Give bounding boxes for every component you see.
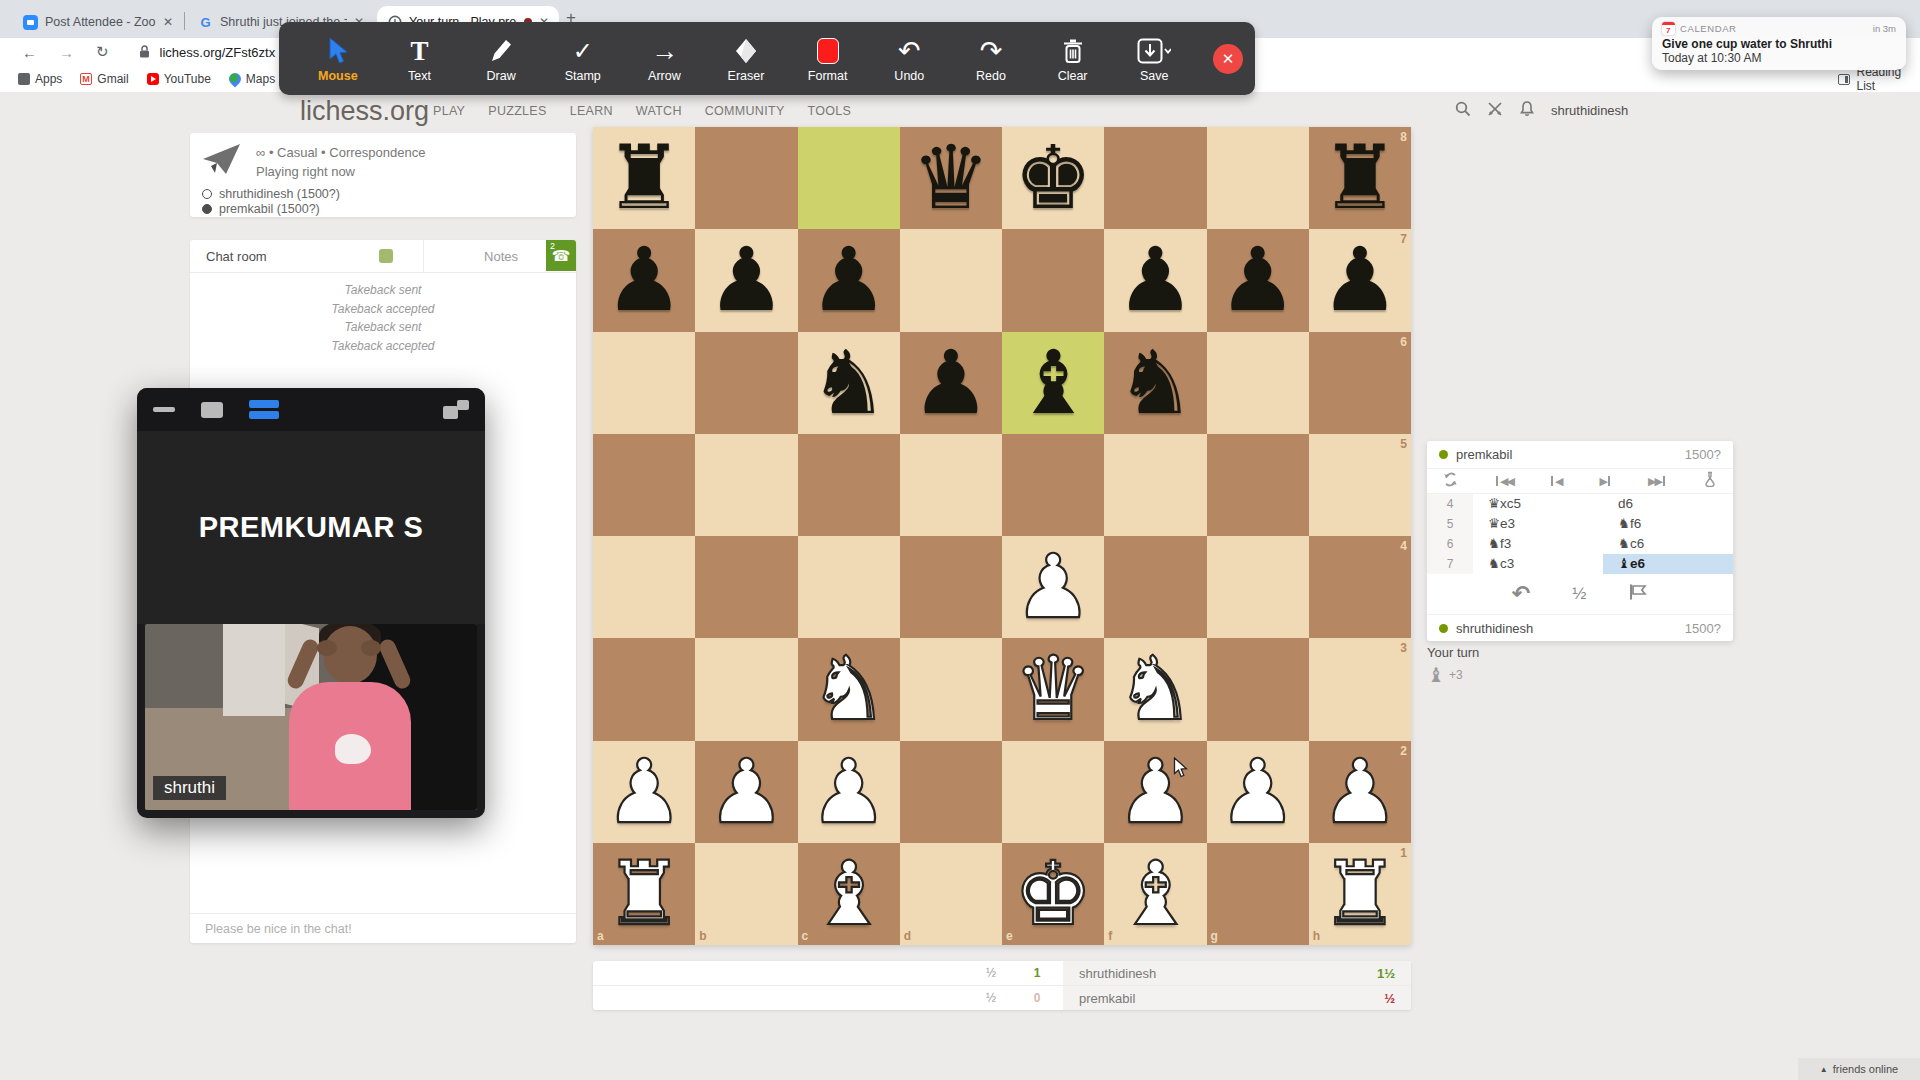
- black-move[interactable]: ♞c6: [1603, 534, 1733, 554]
- black-move[interactable]: d6: [1603, 494, 1733, 514]
- next-move-icon[interactable]: ▶: [1599, 475, 1609, 488]
- tab-zoom[interactable]: Post Attendee - Zoom ✕: [13, 6, 183, 38]
- black-pawn-b7[interactable]: ♟: [695, 229, 797, 331]
- lichess-logo[interactable]: lichess.org: [300, 96, 429, 127]
- square-b3[interactable]: [695, 638, 797, 740]
- square-b2[interactable]: ♟: [695, 741, 797, 843]
- game-meta-panel: ∞ • Casual • Correspondence Playing righ…: [190, 133, 576, 217]
- bookmark-label: Gmail: [97, 72, 128, 86]
- video-shirt-unicorn: [335, 734, 371, 764]
- square-a3[interactable]: [593, 638, 695, 740]
- crosstable-player-name[interactable]: premkabil: [1063, 991, 1353, 1006]
- square-f4[interactable]: [1104, 536, 1206, 638]
- square-e1[interactable]: e♚: [1002, 843, 1104, 945]
- chat-message: Takeback sent: [190, 281, 576, 300]
- gmail-icon: [80, 73, 92, 85]
- black-rook-a8[interactable]: ♜: [593, 127, 695, 229]
- file-label-b: b: [699, 929, 706, 943]
- tool-arrow[interactable]: →Arrow: [624, 36, 706, 83]
- white-pawn-g2[interactable]: ♟: [1207, 741, 1309, 843]
- black-player-name: premkabil (1500?): [219, 202, 320, 216]
- white-king-e1[interactable]: ♚: [1002, 843, 1104, 945]
- black-knight-c6[interactable]: ♞: [798, 332, 900, 434]
- bottom-player-rating: 1500?: [1685, 621, 1721, 636]
- square-a7[interactable]: ♟: [593, 229, 695, 331]
- game1-score: ½: [971, 966, 1011, 980]
- nav-play[interactable]: PLAY: [433, 104, 465, 118]
- square-a6[interactable]: [593, 332, 695, 434]
- move-number: 4: [1427, 494, 1473, 514]
- square-f7[interactable]: ♟: [1104, 229, 1206, 331]
- nav-puzzles[interactable]: PUZZLES: [488, 104, 546, 118]
- square-c6[interactable]: ♞: [798, 332, 900, 434]
- rank-label-4: 4: [1400, 539, 1407, 553]
- square-e5[interactable]: [1002, 434, 1104, 536]
- check-icon: ✓: [573, 36, 593, 66]
- move-panel: premkabil 1500? ◀◀ ◀ ▶ ▶▶ 4♛xc5d65♛e3♞f6…: [1427, 441, 1733, 641]
- tool-label: Mouse: [318, 69, 358, 83]
- tool-label: Redo: [976, 69, 1006, 83]
- takeback-icon[interactable]: ↶: [1512, 581, 1530, 607]
- active-speaker-tile: PREMKUMAR S: [137, 431, 485, 624]
- friends-online-bar[interactable]: ▲ friends online: [1798, 1058, 1920, 1080]
- white-pawn-e4[interactable]: ♟: [1002, 536, 1104, 638]
- participant-name-label: shruthi: [153, 776, 226, 800]
- tool-label: Stamp: [565, 69, 601, 83]
- square-g3[interactable]: [1207, 638, 1309, 740]
- chat-toggle[interactable]: [379, 249, 393, 263]
- material-score: +3: [1449, 668, 1463, 682]
- square-h4[interactable]: 4: [1309, 536, 1411, 638]
- chat-messages: Takeback sentTakeback acceptedTakeback s…: [190, 273, 576, 355]
- tool-label: Clear: [1058, 69, 1088, 83]
- material-advantage: ♝ +3: [1427, 663, 1463, 687]
- tool-label: Format: [808, 69, 848, 83]
- white-pawn-a2[interactable]: ♟: [593, 741, 695, 843]
- chess-board: ♜♛♚8♜♟♟♟♟♟7♟♞♟♝♞65♟4♞♛♞3♟♟♟♟♟2♟a♜bc♝de♚f…: [593, 127, 1411, 945]
- back-icon[interactable]: ←: [22, 44, 37, 61]
- white-pawn-h2[interactable]: ♟: [1309, 741, 1411, 843]
- save-icon: [1137, 36, 1171, 66]
- square-g4[interactable]: [1207, 536, 1309, 638]
- square-h6[interactable]: 6: [1309, 332, 1411, 434]
- white-pawn-f2[interactable]: ♟: [1104, 741, 1206, 843]
- crosstable-row-shruthidinesh: ½1shruthidinesh1½: [593, 961, 1411, 986]
- tool-text[interactable]: TText: [379, 36, 461, 83]
- white-rook-a1[interactable]: ♜: [593, 843, 695, 945]
- square-d3[interactable]: [900, 638, 1002, 740]
- prev-move-icon[interactable]: ◀: [1551, 475, 1561, 488]
- white-bishop-f1[interactable]: ♝: [1104, 843, 1206, 945]
- white-bishop-c1[interactable]: ♝: [798, 843, 900, 945]
- online-dot: [1439, 624, 1448, 633]
- top-player-row[interactable]: premkabil 1500?: [1427, 441, 1733, 468]
- square-e4[interactable]: ♟: [1002, 536, 1104, 638]
- youtube-icon: [147, 73, 159, 85]
- move-number: 5: [1427, 514, 1473, 534]
- turn-indicator: Your turn: [1427, 645, 1479, 660]
- video-child-hand: [361, 640, 381, 656]
- square-d6[interactable]: ♟: [900, 332, 1002, 434]
- maps-icon: [226, 71, 243, 88]
- square-f1[interactable]: f♝: [1104, 843, 1206, 945]
- white-color-dot: [202, 189, 212, 199]
- rank-label-6: 6: [1400, 335, 1407, 349]
- square-h7[interactable]: 7♟: [1309, 229, 1411, 331]
- bookmark-maps[interactable]: Maps: [229, 72, 275, 86]
- tool-label: Undo: [894, 69, 924, 83]
- tab-chat-room[interactable]: Chat room: [206, 249, 267, 264]
- square-g6[interactable]: [1207, 332, 1309, 434]
- black-pawn-f7[interactable]: ♟: [1104, 229, 1206, 331]
- black-player-row[interactable]: premkabil (1500?): [202, 202, 564, 217]
- tool-clear[interactable]: Clear: [1032, 36, 1114, 83]
- square-f6[interactable]: ♞: [1104, 332, 1206, 434]
- white-pawn-b2[interactable]: ♟: [695, 741, 797, 843]
- zoom-annotation-toolbar: MouseTTextDraw✓Stamp→ArrowEraserFormat↶U…: [279, 22, 1255, 95]
- total-score: ½: [1353, 991, 1411, 1006]
- friends-online-label: friends online: [1833, 1063, 1898, 1075]
- url-text[interactable]: lichess.org/ZFst6ztx: [160, 45, 276, 60]
- tool-undo[interactable]: ↶Undo: [868, 36, 950, 83]
- bell-icon[interactable]: [1519, 100, 1535, 121]
- move-actions: ↶ ½: [1427, 574, 1733, 614]
- white-move[interactable]: ♛xc5: [1473, 494, 1603, 514]
- nav-tools[interactable]: TOOLS: [808, 104, 852, 118]
- zoom-app-icon: [23, 15, 38, 30]
- game1-score: ½: [971, 991, 1011, 1005]
- white-move[interactable]: ♞c3: [1473, 554, 1603, 574]
- black-pawn-g7[interactable]: ♟: [1207, 229, 1309, 331]
- mouse-cursor: [1173, 757, 1188, 782]
- window-mode-icon[interactable]: [201, 402, 223, 418]
- square-a1[interactable]: a♜: [593, 843, 695, 945]
- file-label-g: g: [1211, 929, 1218, 943]
- square-d7[interactable]: [900, 229, 1002, 331]
- move-row-5: 5♛e3♞f6: [1427, 514, 1733, 534]
- tool-draw[interactable]: Draw: [460, 36, 542, 83]
- white-rook-h1[interactable]: ♜: [1309, 843, 1411, 945]
- square-d1[interactable]: d: [900, 843, 1002, 945]
- black-move[interactable]: ♞f6: [1603, 514, 1733, 534]
- square-c8[interactable]: [798, 127, 900, 229]
- chat-message: Takeback sent: [190, 318, 576, 337]
- layout-view-icon[interactable]: [443, 400, 469, 419]
- square-b4[interactable]: [695, 536, 797, 638]
- bookmark-apps[interactable]: Apps: [18, 72, 62, 86]
- redo-icon: ↷: [980, 36, 1003, 66]
- minimize-icon[interactable]: [153, 407, 175, 412]
- correspondence-plane-icon: [202, 143, 242, 183]
- close-tab-icon[interactable]: ✕: [163, 15, 173, 29]
- square-h1[interactable]: 1h♜: [1309, 843, 1411, 945]
- tool-label: Text: [408, 69, 431, 83]
- first-move-icon[interactable]: ◀◀: [1496, 475, 1513, 488]
- video-door: [223, 624, 285, 716]
- square-b7[interactable]: ♟: [695, 229, 797, 331]
- move-controls: ◀◀ ◀ ▶ ▶▶: [1427, 468, 1733, 494]
- black-bishop-e6[interactable]: ♝: [1002, 332, 1104, 434]
- bottom-player-row[interactable]: shruthidinesh 1500?: [1427, 614, 1733, 641]
- game-type-line: ∞ • Casual • Correspondence: [256, 143, 425, 162]
- tool-label: Eraser: [728, 69, 765, 83]
- square-a4[interactable]: [593, 536, 695, 638]
- chat-header: Chat room Notes 2☎: [190, 240, 576, 273]
- header-right: shruthidinesh: [1455, 100, 1628, 121]
- speaker-view-icon[interactable]: [249, 400, 279, 419]
- black-pawn-d6[interactable]: ♟: [900, 332, 1002, 434]
- white-player-row[interactable]: shruthidinesh (1500?): [202, 187, 564, 202]
- square-e7[interactable]: [1002, 229, 1104, 331]
- black-king-e8[interactable]: ♚: [1002, 127, 1104, 229]
- nav-learn[interactable]: LEARN: [570, 104, 613, 118]
- square-a2[interactable]: ♟: [593, 741, 695, 843]
- rank-label-5: 5: [1400, 437, 1407, 451]
- tool-label: Save: [1140, 69, 1169, 83]
- crosstable: ½1shruthidinesh1½½0premkabil½: [593, 961, 1411, 1010]
- username[interactable]: shruthidinesh: [1551, 103, 1628, 118]
- notification-time: in 3m: [1873, 23, 1896, 34]
- square-d8[interactable]: ♛: [900, 127, 1002, 229]
- black-pawn-h7[interactable]: ♟: [1309, 229, 1411, 331]
- resign-flag-icon[interactable]: [1628, 583, 1648, 605]
- game2-score: 0: [1011, 991, 1063, 1005]
- search-icon[interactable]: [1455, 101, 1471, 121]
- black-rook-h8[interactable]: ♜: [1309, 127, 1411, 229]
- tab-title: Post Attendee - Zoom: [45, 15, 156, 29]
- speaker-name: PREMKUMAR S: [199, 511, 424, 544]
- reading-list-icon: [1838, 74, 1850, 85]
- forward-icon[interactable]: →: [59, 44, 74, 61]
- chat-message: Takeback accepted: [190, 300, 576, 319]
- square-g7[interactable]: ♟: [1207, 229, 1309, 331]
- square-c1[interactable]: c♝: [798, 843, 900, 945]
- bookmark-label: Maps: [246, 72, 275, 86]
- tool-mouse[interactable]: Mouse: [297, 36, 379, 83]
- black-queen-d8[interactable]: ♛: [900, 127, 1002, 229]
- move-number: 6: [1427, 534, 1473, 554]
- square-b1[interactable]: b: [695, 843, 797, 945]
- square-f3[interactable]: ♞: [1104, 638, 1206, 740]
- square-a5[interactable]: [593, 434, 695, 536]
- white-knight-c3[interactable]: ♞: [798, 638, 900, 740]
- white-player-name: shruthidinesh (1500?): [219, 187, 340, 201]
- square-f8[interactable]: [1104, 127, 1206, 229]
- white-pawn-c2[interactable]: ♟: [798, 741, 900, 843]
- chat-message: Takeback accepted: [190, 337, 576, 356]
- tool-label: Draw: [487, 69, 516, 83]
- black-pawn-c7[interactable]: ♟: [798, 229, 900, 331]
- close-toolbar-button[interactable]: ✕: [1213, 44, 1243, 74]
- tab-separator: [184, 12, 185, 30]
- black-pawn-a7[interactable]: ♟: [593, 229, 695, 331]
- square-d5[interactable]: [900, 434, 1002, 536]
- black-color-dot: [202, 204, 212, 214]
- total-score: 1½: [1353, 966, 1411, 981]
- square-e6[interactable]: ♝: [1002, 332, 1104, 434]
- calendar-notification[interactable]: 7 CALENDAR in 3m Give one cup water to S…: [1652, 17, 1906, 70]
- move-row-7: 7♞c3♝e6: [1427, 554, 1733, 574]
- tool-label: Arrow: [648, 69, 681, 83]
- square-b8[interactable]: [695, 127, 797, 229]
- captured-bishop-icon: ♝: [1427, 663, 1445, 687]
- crosstable-row-premkabil: ½0premkabil½: [593, 986, 1411, 1010]
- lichess-nav: PLAYPUZZLESLEARNWATCHCOMMUNITYTOOLS: [433, 104, 851, 118]
- call-button[interactable]: 2☎: [546, 240, 576, 271]
- square-g1[interactable]: g: [1207, 843, 1309, 945]
- square-c7[interactable]: ♟: [798, 229, 900, 331]
- white-knight-f3[interactable]: ♞: [1104, 638, 1206, 740]
- trash-icon: [1062, 36, 1084, 66]
- tool-save[interactable]: Save: [1113, 36, 1195, 83]
- zoom-window-titlebar: [137, 388, 485, 431]
- expand-triangle-icon: ▲: [1820, 1065, 1828, 1074]
- white-move[interactable]: ♛e3: [1473, 514, 1603, 534]
- tool-eraser[interactable]: Eraser: [705, 36, 787, 83]
- notification-title: Give one cup water to Shruthi: [1662, 37, 1896, 51]
- pencil-icon: [489, 36, 513, 66]
- format-icon: [817, 36, 839, 66]
- black-knight-f6[interactable]: ♞: [1104, 332, 1206, 434]
- top-player-rating: 1500?: [1685, 447, 1721, 462]
- square-g8[interactable]: [1207, 127, 1309, 229]
- file-label-d: d: [904, 929, 911, 943]
- square-c3[interactable]: ♞: [798, 638, 900, 740]
- square-b5[interactable]: [695, 434, 797, 536]
- tool-stamp[interactable]: ✓Stamp: [542, 36, 624, 83]
- black-move[interactable]: ♝e6: [1603, 554, 1733, 574]
- nav-community[interactable]: COMMUNITY: [705, 104, 785, 118]
- zoom-meeting-window[interactable]: PREMKUMAR S shruthi: [137, 388, 485, 818]
- notification-app: CALENDAR: [1680, 23, 1737, 34]
- flip-board-icon[interactable]: [1443, 472, 1458, 491]
- game2-score: 1: [1011, 966, 1063, 980]
- participant-video: shruthi: [145, 624, 477, 810]
- square-f5[interactable]: [1104, 434, 1206, 536]
- nav-watch[interactable]: WATCH: [636, 104, 682, 118]
- crosstable-player-name[interactable]: shruthidinesh: [1063, 966, 1353, 981]
- square-c2[interactable]: ♟: [798, 741, 900, 843]
- challenges-swords-icon[interactable]: [1487, 101, 1503, 121]
- square-d2[interactable]: [900, 741, 1002, 843]
- square-c4[interactable]: [798, 536, 900, 638]
- move-row-4: 4♛xc5d6: [1427, 494, 1733, 514]
- refresh-icon[interactable]: ↻: [96, 43, 109, 61]
- move-row-6: 6♞f3♞c6: [1427, 534, 1733, 554]
- square-e3[interactable]: ♛: [1002, 638, 1104, 740]
- bottom-player-name: shruthidinesh: [1456, 621, 1533, 636]
- square-b6[interactable]: [695, 332, 797, 434]
- cursor-icon: [326, 36, 350, 66]
- square-f2[interactable]: ♟: [1104, 741, 1206, 843]
- move-list: 4♛xc5d65♛e3♞f66♞f3♞c67♞c3♝e6: [1427, 494, 1733, 574]
- last-move-icon[interactable]: ▶▶: [1648, 475, 1665, 488]
- arrow-icon: →: [651, 36, 678, 66]
- video-child-hand: [317, 640, 337, 656]
- bookmark-youtube[interactable]: YouTube: [147, 72, 211, 86]
- move-number: 7: [1427, 554, 1473, 574]
- draw-offer-button[interactable]: ½: [1572, 584, 1586, 604]
- square-e2[interactable]: [1002, 741, 1104, 843]
- game-status-line: Playing right now: [256, 162, 425, 181]
- rank-label-3: 3: [1400, 641, 1407, 655]
- tool-format[interactable]: Format: [787, 36, 869, 83]
- square-g2[interactable]: ♟: [1207, 741, 1309, 843]
- calendar-icon: 7: [1662, 22, 1675, 35]
- apps-icon: [18, 73, 30, 85]
- notification-subtitle: Today at 10:30 AM: [1662, 51, 1896, 65]
- text-icon: T: [410, 36, 428, 66]
- google-icon: G: [198, 15, 213, 30]
- bookmark-label: YouTube: [164, 72, 211, 86]
- square-c5[interactable]: [798, 434, 900, 536]
- square-h2[interactable]: 2♟: [1309, 741, 1411, 843]
- square-a8[interactable]: ♜: [593, 127, 695, 229]
- analysis-icon[interactable]: [1703, 471, 1717, 491]
- tool-redo[interactable]: ↷Redo: [950, 36, 1032, 83]
- square-g5[interactable]: [1207, 434, 1309, 536]
- eraser-icon: [735, 36, 757, 66]
- undo-icon: ↶: [898, 36, 921, 66]
- padlock-icon: [139, 44, 150, 61]
- online-dot: [1439, 450, 1448, 459]
- white-queen-e3[interactable]: ♛: [1002, 638, 1104, 740]
- white-move[interactable]: ♞f3: [1473, 534, 1603, 554]
- square-d4[interactable]: [900, 536, 1002, 638]
- square-h8[interactable]: 8♜: [1309, 127, 1411, 229]
- square-h3[interactable]: 3: [1309, 638, 1411, 740]
- chat-input[interactable]: [190, 913, 576, 943]
- bookmark-label: Apps: [35, 72, 62, 86]
- square-h5[interactable]: 5: [1309, 434, 1411, 536]
- bookmark-gmail[interactable]: Gmail: [80, 72, 128, 86]
- top-player-name: premkabil: [1456, 447, 1512, 462]
- call-badge: 2: [550, 242, 555, 251]
- square-e8[interactable]: ♚: [1002, 127, 1104, 229]
